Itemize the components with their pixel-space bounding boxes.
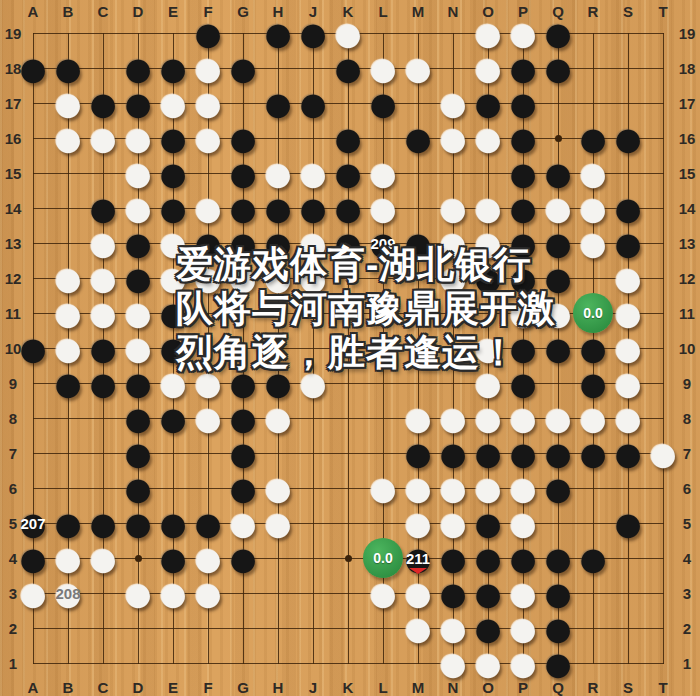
col-label-top-G: G: [230, 2, 256, 20]
col-label-top-B: B: [55, 2, 81, 20]
row-label-right-7: 7: [674, 444, 700, 462]
col-label-bottom-F: F: [195, 678, 221, 696]
row-label-right-15: 15: [674, 164, 700, 182]
row-label-right-5: 5: [674, 514, 700, 532]
star-point: [345, 135, 352, 142]
row-label-right-18: 18: [674, 59, 700, 77]
row-label-right-1: 1: [674, 654, 700, 672]
row-label-right-6: 6: [674, 479, 700, 497]
col-label-top-O: O: [475, 2, 501, 20]
row-label-right-3: 3: [674, 584, 700, 602]
star-point: [135, 555, 142, 562]
eval-marker-R11: 0.0: [573, 293, 613, 333]
row-label-right-10: 10: [674, 339, 700, 357]
row-label-right-12: 12: [674, 269, 700, 287]
col-label-top-R: R: [580, 2, 606, 20]
col-label-bottom-Q: Q: [545, 678, 571, 696]
col-label-top-Q: Q: [545, 2, 571, 20]
row-label-left-1: 1: [0, 654, 26, 672]
col-label-bottom-G: G: [230, 678, 256, 696]
row-label-left-6: 6: [0, 479, 26, 497]
star-point: [555, 555, 562, 562]
caption-line-3: 烈角逐，胜者逢运！: [176, 331, 546, 375]
col-label-top-K: K: [335, 2, 361, 20]
col-label-top-J: J: [300, 2, 326, 20]
col-label-top-A: A: [20, 2, 46, 20]
col-label-bottom-N: N: [440, 678, 466, 696]
caption-line-1: 爱游戏体育-湖北银行: [176, 243, 546, 287]
row-label-left-2: 2: [0, 619, 26, 637]
row-label-right-17: 17: [674, 94, 700, 112]
row-label-right-11: 11: [674, 304, 700, 322]
row-label-left-18: 18: [0, 59, 26, 77]
col-label-bottom-O: O: [475, 678, 501, 696]
col-label-bottom-L: L: [370, 678, 396, 696]
col-label-bottom-M: M: [405, 678, 431, 696]
col-label-bottom-A: A: [20, 678, 46, 696]
col-label-top-D: D: [125, 2, 151, 20]
col-label-bottom-K: K: [335, 678, 361, 696]
col-label-bottom-J: J: [300, 678, 326, 696]
star-point: [345, 555, 352, 562]
row-label-left-12: 12: [0, 269, 26, 287]
row-label-left-4: 4: [0, 549, 26, 567]
col-label-top-N: N: [440, 2, 466, 20]
row-label-left-9: 9: [0, 374, 26, 392]
row-label-left-17: 17: [0, 94, 26, 112]
row-label-left-11: 11: [0, 304, 26, 322]
col-label-top-H: H: [265, 2, 291, 20]
go-board-screenshot: ●●●●●●●●●●●●●●●●●●●●●●●●●●●●●●●●●●●●●●●●…: [0, 0, 700, 696]
col-label-top-P: P: [510, 2, 536, 20]
caption-overlay: 爱游戏体育-湖北银行 队将与河南豫鼎展开激 烈角逐，胜者逢运！: [176, 243, 546, 375]
star-point: [135, 345, 142, 352]
col-label-bottom-B: B: [55, 678, 81, 696]
col-label-bottom-H: H: [265, 678, 291, 696]
eval-marker-L4: 0.0: [363, 538, 403, 578]
col-label-bottom-C: C: [90, 678, 116, 696]
col-label-top-S: S: [615, 2, 641, 20]
col-label-bottom-S: S: [615, 678, 641, 696]
col-label-bottom-T: T: [650, 678, 676, 696]
caption-line-2: 队将与河南豫鼎展开激: [176, 287, 546, 331]
star-point: [555, 345, 562, 352]
row-label-left-13: 13: [0, 234, 26, 252]
row-label-left-7: 7: [0, 444, 26, 462]
col-label-top-E: E: [160, 2, 186, 20]
col-label-bottom-P: P: [510, 678, 536, 696]
col-label-bottom-D: D: [125, 678, 151, 696]
row-label-right-4: 4: [674, 549, 700, 567]
row-label-left-16: 16: [0, 129, 26, 147]
col-label-top-T: T: [650, 2, 676, 20]
col-label-bottom-R: R: [580, 678, 606, 696]
row-label-left-5: 5: [0, 514, 26, 532]
row-label-left-3: 3: [0, 584, 26, 602]
row-label-left-8: 8: [0, 409, 26, 427]
row-label-right-13: 13: [674, 234, 700, 252]
row-label-left-14: 14: [0, 199, 26, 217]
col-label-top-C: C: [90, 2, 116, 20]
star-point: [555, 135, 562, 142]
row-label-right-9: 9: [674, 374, 700, 392]
col-label-bottom-E: E: [160, 678, 186, 696]
row-label-left-15: 15: [0, 164, 26, 182]
row-label-right-19: 19: [674, 24, 700, 42]
row-label-left-10: 10: [0, 339, 26, 357]
col-label-top-L: L: [370, 2, 396, 20]
row-label-right-2: 2: [674, 619, 700, 637]
star-point: [135, 135, 142, 142]
row-label-left-19: 19: [0, 24, 26, 42]
row-label-right-8: 8: [674, 409, 700, 427]
col-label-top-F: F: [195, 2, 221, 20]
row-label-right-16: 16: [674, 129, 700, 147]
col-label-top-M: M: [405, 2, 431, 20]
row-label-right-14: 14: [674, 199, 700, 217]
